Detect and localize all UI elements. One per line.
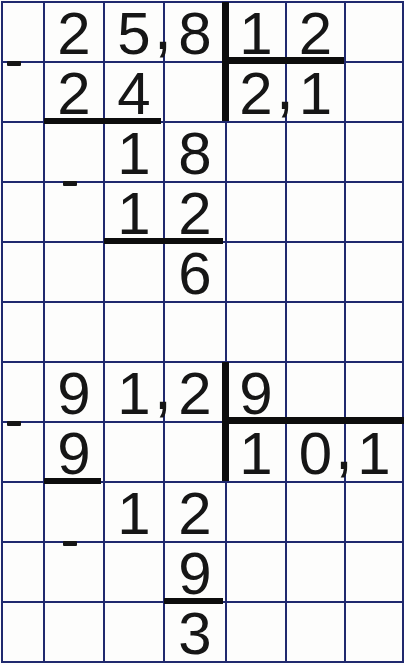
cell-r8c4 [227,483,287,543]
cell-r3c1 [45,183,105,243]
cell-r9c5 [287,543,346,603]
cell-r6c1: 9 [45,363,105,423]
cell-r3c3: 2 [165,183,227,243]
cell-r2c0 [3,123,45,183]
cell-r7c1: 9 [45,423,105,483]
cell-r8c1 [45,483,105,543]
cell-r2c4 [227,123,287,183]
cell-r3c4 [227,183,287,243]
cell-r0c1: 2 [45,3,105,63]
cell-r7c0 [3,423,45,483]
cell-r0c5: 2 [287,3,346,63]
cell-r4c6 [346,243,404,303]
division-bracket-horizontal [222,417,404,424]
cell-r6c4: 9 [227,363,287,423]
cell-r8c6 [346,483,404,543]
cell-r5c5 [287,303,346,363]
worksheet-grid: 25812242118126912991011293 [1,1,404,663]
decimal-comma: , [151,6,175,46]
cell-r4c5 [287,243,346,303]
cell-r1c6 [346,63,404,123]
cell-r9c4 [227,543,287,603]
cell-r3c6 [346,183,404,243]
cell-r10c0 [3,603,45,663]
subtraction-underline [104,238,223,244]
decimal-comma: , [151,366,175,406]
cell-r10c6 [346,603,404,663]
cell-r9c2 [105,543,165,603]
cell-r8c3: 2 [165,483,227,543]
subtraction-underline [44,118,161,124]
cell-r7c2 [105,423,165,483]
cell-r9c3: 9 [165,543,227,603]
cell-r9c1 [45,543,105,603]
cell-r4c1 [45,243,105,303]
cell-r1c1: 2 [45,63,105,123]
cell-r9c6 [346,543,404,603]
cell-r2c1 [45,123,105,183]
minus-sign [7,421,21,426]
cell-r2c5 [287,123,346,183]
cell-r4c2 [105,243,165,303]
cell-r1c2: 4 [105,63,165,123]
cell-r8c2: 1 [105,483,165,543]
cell-r10c2 [105,603,165,663]
cell-r5c6 [346,303,404,363]
subtraction-underline [164,598,223,604]
cell-r5c1 [45,303,105,363]
cell-r2c2: 1 [105,123,165,183]
cell-r5c4 [227,303,287,363]
cell-r6c0 [3,363,45,423]
cell-r7c3 [165,423,227,483]
cell-r10c3: 3 [165,603,227,663]
cell-r5c0 [3,303,45,363]
cell-r5c3 [165,303,227,363]
squared-paper-worksheet: 25812242118126912991011293 ,,,, [0,0,404,665]
decimal-comma: , [332,426,356,466]
cell-r8c5 [287,483,346,543]
cell-r1c3 [165,63,227,123]
cell-r4c4 [227,243,287,303]
cell-r10c4 [227,603,287,663]
cell-r7c4: 1 [227,423,287,483]
cell-r10c1 [45,603,105,663]
cell-r4c0 [3,243,45,303]
cell-r1c0 [3,63,45,123]
cell-r2c6 [346,123,404,183]
cell-r3c5 [287,183,346,243]
cell-r3c2: 1 [105,183,165,243]
cell-r0c6 [346,3,404,63]
cell-r0c0 [3,3,45,63]
cell-r9c0 [3,543,45,603]
cell-r6c6 [346,363,404,423]
minus-sign [63,541,77,546]
cell-r10c5 [287,603,346,663]
cell-r2c3: 8 [165,123,227,183]
cell-r8c0 [3,483,45,543]
subtraction-underline [44,478,101,484]
minus-sign [7,61,21,66]
cell-r3c0 [3,183,45,243]
minus-sign [63,181,77,186]
decimal-comma: , [273,66,297,106]
cell-r4c3: 6 [165,243,227,303]
